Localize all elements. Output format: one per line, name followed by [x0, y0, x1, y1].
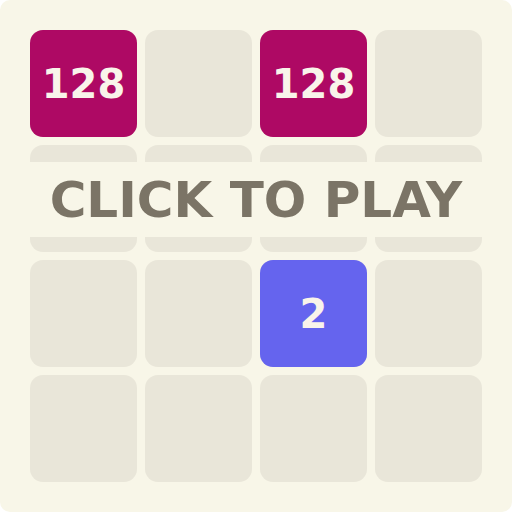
- cell-r0c2: 128: [260, 30, 367, 137]
- cell-r2c1: [145, 260, 252, 367]
- cell-r3c2: [260, 375, 367, 482]
- cell-r3c0: [30, 375, 137, 482]
- click-to-play-label: CLICK TO PLAY: [50, 171, 463, 229]
- tile-2-r2c2: 2: [260, 260, 367, 367]
- cell-r2c3: [375, 260, 482, 367]
- tile-128-r0c0: 128: [30, 30, 137, 137]
- cell-r3c3: [375, 375, 482, 482]
- tile-128-r0c2: 128: [260, 30, 367, 137]
- cell-r0c1: [145, 30, 252, 137]
- click-to-play-overlay[interactable]: CLICK TO PLAY: [0, 162, 512, 237]
- board-grid: 128 128 2: [0, 0, 512, 512]
- game-screen[interactable]: 128 128 2 CLICK TO PLAY: [0, 0, 512, 512]
- cell-r0c0: 128: [30, 30, 137, 137]
- cell-r3c1: [145, 375, 252, 482]
- cell-r2c2: 2: [260, 260, 367, 367]
- cell-r0c3: [375, 30, 482, 137]
- cell-r2c0: [30, 260, 137, 367]
